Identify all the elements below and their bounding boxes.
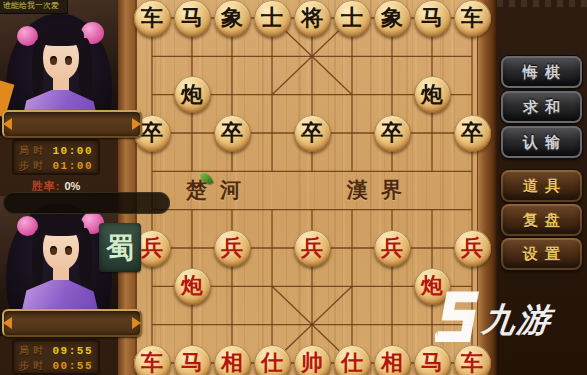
avatar-eye-right bbox=[65, 246, 72, 255]
avatar-eye-left bbox=[50, 56, 57, 65]
piece-red-advisor[interactable]: 仕 bbox=[334, 345, 371, 375]
piece-black-cannon[interactable]: 炮 bbox=[414, 76, 451, 113]
avatar-hairlock-right bbox=[79, 228, 92, 290]
avatar-eye-left bbox=[50, 246, 57, 255]
panel-top-pattern bbox=[497, 0, 587, 7]
piece-red-soldier[interactable]: 兵 bbox=[374, 230, 411, 267]
resign-button[interactable]: 认输 bbox=[501, 126, 582, 158]
name-bar-arrow-right-icon bbox=[132, 118, 141, 130]
board-grid bbox=[118, 0, 497, 375]
move-time-value: 00:55 bbox=[52, 360, 93, 372]
game-time-label: 局时 bbox=[19, 144, 47, 158]
player-top-winrate: 胜率:0% bbox=[12, 179, 100, 194]
piece-black-soldier[interactable]: 卒 bbox=[294, 115, 331, 152]
game-time-row: 局时 10:00 bbox=[19, 143, 93, 158]
piece-red-general[interactable]: 帅 bbox=[294, 345, 331, 375]
offer-draw-button[interactable]: 求和 bbox=[501, 91, 582, 123]
name-bar-arrow-left-icon bbox=[3, 317, 12, 329]
player-bottom-timer-box: 局时 09:55 步时 00:55 bbox=[12, 339, 100, 375]
piece-black-chariot[interactable]: 车 bbox=[134, 0, 171, 37]
piece-red-horse[interactable]: 马 bbox=[414, 345, 451, 375]
move-time-label: 步时 bbox=[19, 159, 47, 173]
piece-black-advisor[interactable]: 士 bbox=[334, 0, 371, 37]
game-time-label: 局时 bbox=[19, 344, 47, 358]
right-action-panel: 悔棋 求和 认输 道具 复盘 设置 bbox=[497, 0, 587, 375]
player-bottom-name-bar bbox=[2, 309, 142, 337]
name-bar-arrow-left-icon bbox=[3, 118, 12, 130]
xiangqi-game-screen: 楚河 漢界 车马象士将士象马车炮炮卒卒卒卒卒兵兵兵兵兵炮炮车马相仕帅仕相马车 bbox=[0, 0, 587, 375]
message-bar bbox=[3, 192, 170, 214]
piece-black-chariot[interactable]: 车 bbox=[454, 0, 491, 37]
avatar-bangs bbox=[38, 214, 84, 236]
xiangqi-board[interactable]: 楚河 漢界 车马象士将士象马车炮炮卒卒卒卒卒兵兵兵兵兵炮炮车马相仕帅仕相马车 bbox=[118, 0, 497, 375]
player-top-name-bar bbox=[2, 110, 142, 138]
avatar-hairlock-left bbox=[32, 230, 43, 288]
river-label-right: 漢界 bbox=[347, 176, 415, 204]
piece-black-soldier[interactable]: 卒 bbox=[374, 115, 411, 152]
piece-red-soldier[interactable]: 兵 bbox=[214, 230, 251, 267]
piece-red-horse[interactable]: 马 bbox=[174, 345, 211, 375]
piece-red-cannon[interactable]: 炮 bbox=[414, 268, 451, 305]
piece-red-chariot[interactable]: 车 bbox=[454, 345, 491, 375]
move-time-value: 01:00 bbox=[52, 160, 93, 172]
game-time-value: 10:00 bbox=[52, 145, 93, 157]
piece-red-soldier[interactable]: 兵 bbox=[454, 230, 491, 267]
move-time-label: 步时 bbox=[19, 359, 47, 373]
piece-black-advisor[interactable]: 士 bbox=[254, 0, 291, 37]
player-top-status-banner: 谁能给我一次爱 bbox=[0, 0, 68, 14]
piece-black-horse[interactable]: 马 bbox=[414, 0, 451, 37]
items-button[interactable]: 道具 bbox=[501, 170, 582, 202]
settings-button[interactable]: 设置 bbox=[501, 238, 582, 270]
piece-red-elephant[interactable]: 相 bbox=[374, 345, 411, 375]
game-time-value: 09:55 bbox=[52, 345, 93, 357]
name-bar-arrow-right-icon bbox=[132, 317, 141, 329]
piece-red-soldier[interactable]: 兵 bbox=[294, 230, 331, 267]
avatar-hairlock-right bbox=[79, 38, 92, 100]
piece-black-elephant[interactable]: 象 bbox=[374, 0, 411, 37]
avatar-bangs bbox=[38, 24, 84, 46]
undo-move-button[interactable]: 悔棋 bbox=[501, 56, 582, 88]
piece-red-advisor[interactable]: 仕 bbox=[254, 345, 291, 375]
player-top-timer-box: 局时 10:00 步时 01:00 bbox=[12, 139, 100, 175]
piece-black-general[interactable]: 将 bbox=[294, 0, 331, 37]
piece-red-cannon[interactable]: 炮 bbox=[174, 268, 211, 305]
game-time-row: 局时 09:55 bbox=[19, 343, 93, 358]
piece-black-soldier[interactable]: 卒 bbox=[454, 115, 491, 152]
winrate-label: 胜率: bbox=[32, 180, 61, 192]
piece-red-chariot[interactable]: 车 bbox=[134, 345, 171, 375]
avatar-eye-right bbox=[65, 56, 72, 65]
piece-black-horse[interactable]: 马 bbox=[174, 0, 211, 37]
piece-black-soldier[interactable]: 卒 bbox=[214, 115, 251, 152]
winrate-value: 0% bbox=[64, 180, 80, 192]
faction-badge: 蜀 bbox=[99, 223, 141, 272]
piece-black-elephant[interactable]: 象 bbox=[214, 0, 251, 37]
move-time-row: 步时 01:00 bbox=[19, 158, 93, 173]
piece-red-elephant[interactable]: 相 bbox=[214, 345, 251, 375]
replay-button[interactable]: 复盘 bbox=[501, 204, 582, 236]
move-time-row: 步时 00:55 bbox=[19, 358, 93, 373]
avatar-hairlock-left bbox=[32, 40, 43, 98]
river-label-left: 楚河 bbox=[186, 176, 254, 204]
piece-black-cannon[interactable]: 炮 bbox=[174, 76, 211, 113]
